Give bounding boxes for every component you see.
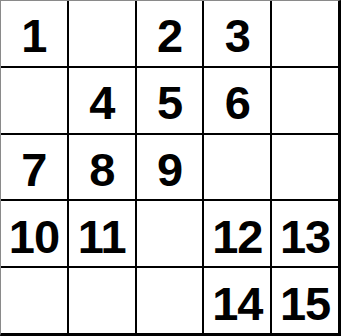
- grid-cell-r5c3-empty[interactable]: [137, 268, 203, 333]
- grid-cell-r2c2-number-4[interactable]: 4: [69, 68, 135, 133]
- grid-cell-r1c5-empty[interactable]: [272, 1, 338, 66]
- grid-cell-r4c4-number-12[interactable]: 12: [204, 201, 270, 266]
- grid-cell-r2c3-number-5[interactable]: 5: [137, 68, 203, 133]
- grid-cell-r5c1-empty[interactable]: [1, 268, 67, 333]
- grid-cell-r3c4-empty[interactable]: [204, 135, 270, 200]
- grid-cell-r1c2-empty[interactable]: [69, 1, 135, 66]
- number-grid-board: 123456789101112131415: [0, 0, 341, 336]
- grid-cell-r5c5-number-15[interactable]: 15: [272, 268, 338, 333]
- grid-cell-r4c5-number-13[interactable]: 13: [272, 201, 338, 266]
- grid-cell-r4c1-number-10[interactable]: 10: [1, 201, 67, 266]
- grid-cell-r1c1-number-1[interactable]: 1: [1, 1, 67, 66]
- grid-cell-r3c2-number-8[interactable]: 8: [69, 135, 135, 200]
- grid-cell-r4c2-number-11[interactable]: 11: [69, 201, 135, 266]
- grid-cell-r4c3-empty[interactable]: [137, 201, 203, 266]
- grid-cell-r3c1-number-7[interactable]: 7: [1, 135, 67, 200]
- grid-cell-r1c3-number-2[interactable]: 2: [137, 1, 203, 66]
- grid-cell-r3c5-empty[interactable]: [272, 135, 338, 200]
- grid-cell-r2c5-empty[interactable]: [272, 68, 338, 133]
- grid-cell-r3c3-number-9[interactable]: 9: [137, 135, 203, 200]
- grid-cell-r5c2-empty[interactable]: [69, 268, 135, 333]
- grid-cell-r2c1-empty[interactable]: [1, 68, 67, 133]
- grid-cell-r1c4-number-3[interactable]: 3: [204, 1, 270, 66]
- grid-cell-r2c4-number-6[interactable]: 6: [204, 68, 270, 133]
- grid-cell-r5c4-number-14[interactable]: 14: [204, 268, 270, 333]
